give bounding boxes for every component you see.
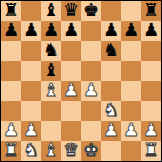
piece-white-rook[interactable]: ♜	[143, 141, 159, 160]
square-e4[interactable]: ♟	[81, 81, 101, 101]
square-f7[interactable]: ♟	[101, 21, 121, 41]
piece-black-rook[interactable]: ♜	[143, 1, 159, 20]
square-a1[interactable]: ♜	[1, 141, 21, 161]
piece-black-bishop[interactable]: ♝	[43, 1, 59, 20]
piece-white-bishop[interactable]: ♝	[43, 81, 59, 100]
square-f5[interactable]	[101, 61, 121, 81]
square-h3[interactable]	[141, 101, 161, 121]
square-a7[interactable]: ♟	[1, 21, 21, 41]
square-b3[interactable]	[21, 101, 41, 121]
piece-white-pawn[interactable]: ♟	[23, 121, 39, 140]
square-d6[interactable]	[61, 41, 81, 61]
square-b1[interactable]: ♞	[21, 141, 41, 161]
square-c6[interactable]: ♞	[41, 41, 61, 61]
square-c4[interactable]: ♝	[41, 81, 61, 101]
square-b4[interactable]	[21, 81, 41, 101]
square-b8[interactable]	[21, 1, 41, 21]
square-d2[interactable]	[61, 121, 81, 141]
piece-black-pawn[interactable]: ♟	[143, 21, 159, 40]
square-d1[interactable]: ♛	[61, 141, 81, 161]
piece-black-king[interactable]: ♚	[83, 1, 99, 20]
square-g2[interactable]: ♟	[121, 121, 141, 141]
piece-black-bishop[interactable]: ♝	[43, 61, 59, 80]
square-e3[interactable]	[81, 101, 101, 121]
piece-black-pawn[interactable]: ♟	[63, 21, 79, 40]
piece-white-pawn[interactable]: ♟	[103, 121, 119, 140]
square-g5[interactable]	[121, 61, 141, 81]
piece-black-rook[interactable]: ♜	[3, 1, 19, 20]
piece-black-queen[interactable]: ♛	[63, 1, 79, 20]
piece-black-pawn[interactable]: ♟	[43, 21, 59, 40]
square-a5[interactable]	[1, 61, 21, 81]
piece-white-pawn[interactable]: ♟	[3, 121, 19, 140]
square-f6[interactable]: ♞	[101, 41, 121, 61]
piece-white-pawn[interactable]: ♟	[143, 121, 159, 140]
piece-white-king[interactable]: ♚	[83, 141, 99, 160]
square-g8[interactable]	[121, 1, 141, 21]
piece-black-pawn[interactable]: ♟	[123, 21, 139, 40]
square-b2[interactable]: ♟	[21, 121, 41, 141]
piece-white-pawn[interactable]: ♟	[123, 121, 139, 140]
square-f2[interactable]: ♟	[101, 121, 121, 141]
square-c1[interactable]: ♝	[41, 141, 61, 161]
square-c5[interactable]: ♝	[41, 61, 61, 81]
square-c8[interactable]: ♝	[41, 1, 61, 21]
piece-black-pawn[interactable]: ♟	[103, 21, 119, 40]
square-g7[interactable]: ♟	[121, 21, 141, 41]
square-g3[interactable]	[121, 101, 141, 121]
square-e5[interactable]	[81, 61, 101, 81]
square-a6[interactable]	[1, 41, 21, 61]
piece-black-pawn[interactable]: ♟	[23, 21, 39, 40]
square-b7[interactable]: ♟	[21, 21, 41, 41]
square-c2[interactable]	[41, 121, 61, 141]
square-a4[interactable]	[1, 81, 21, 101]
chess-board-frame: ♜♝♛♚♜♟♟♟♟♟♟♟♞♞♝♝♟♟♞♟♟♟♟♟♜♞♝♛♚♜	[0, 0, 162, 162]
square-e2[interactable]	[81, 121, 101, 141]
square-a2[interactable]: ♟	[1, 121, 21, 141]
square-d3[interactable]	[61, 101, 81, 121]
piece-black-knight[interactable]: ♞	[43, 41, 59, 60]
square-e1[interactable]: ♚	[81, 141, 101, 161]
piece-black-knight[interactable]: ♞	[103, 41, 119, 60]
piece-black-pawn[interactable]: ♟	[3, 21, 19, 40]
square-h1[interactable]: ♜	[141, 141, 161, 161]
square-h5[interactable]	[141, 61, 161, 81]
square-h2[interactable]: ♟	[141, 121, 161, 141]
square-d4[interactable]: ♟	[61, 81, 81, 101]
square-g6[interactable]	[121, 41, 141, 61]
square-d7[interactable]: ♟	[61, 21, 81, 41]
square-h4[interactable]	[141, 81, 161, 101]
square-a8[interactable]: ♜	[1, 1, 21, 21]
chess-board: ♜♝♛♚♜♟♟♟♟♟♟♟♞♞♝♝♟♟♞♟♟♟♟♟♜♞♝♛♚♜	[1, 1, 161, 161]
piece-white-pawn[interactable]: ♟	[63, 81, 79, 100]
square-f8[interactable]	[101, 1, 121, 21]
square-b5[interactable]	[21, 61, 41, 81]
square-f3[interactable]: ♞	[101, 101, 121, 121]
square-a3[interactable]	[1, 101, 21, 121]
square-e6[interactable]	[81, 41, 101, 61]
square-d5[interactable]	[61, 61, 81, 81]
piece-white-knight[interactable]: ♞	[23, 141, 39, 160]
piece-white-knight[interactable]: ♞	[103, 101, 119, 120]
square-f4[interactable]	[101, 81, 121, 101]
square-c3[interactable]	[41, 101, 61, 121]
square-f1[interactable]	[101, 141, 121, 161]
piece-white-pawn[interactable]: ♟	[83, 81, 99, 100]
square-d8[interactable]: ♛	[61, 1, 81, 21]
square-b6[interactable]	[21, 41, 41, 61]
square-h8[interactable]: ♜	[141, 1, 161, 21]
square-h6[interactable]	[141, 41, 161, 61]
piece-white-queen[interactable]: ♛	[63, 141, 79, 160]
square-e7[interactable]	[81, 21, 101, 41]
square-e8[interactable]: ♚	[81, 1, 101, 21]
piece-white-rook[interactable]: ♜	[3, 141, 19, 160]
square-g4[interactable]	[121, 81, 141, 101]
piece-white-bishop[interactable]: ♝	[43, 141, 59, 160]
square-g1[interactable]	[121, 141, 141, 161]
square-h7[interactable]: ♟	[141, 21, 161, 41]
square-c7[interactable]: ♟	[41, 21, 61, 41]
